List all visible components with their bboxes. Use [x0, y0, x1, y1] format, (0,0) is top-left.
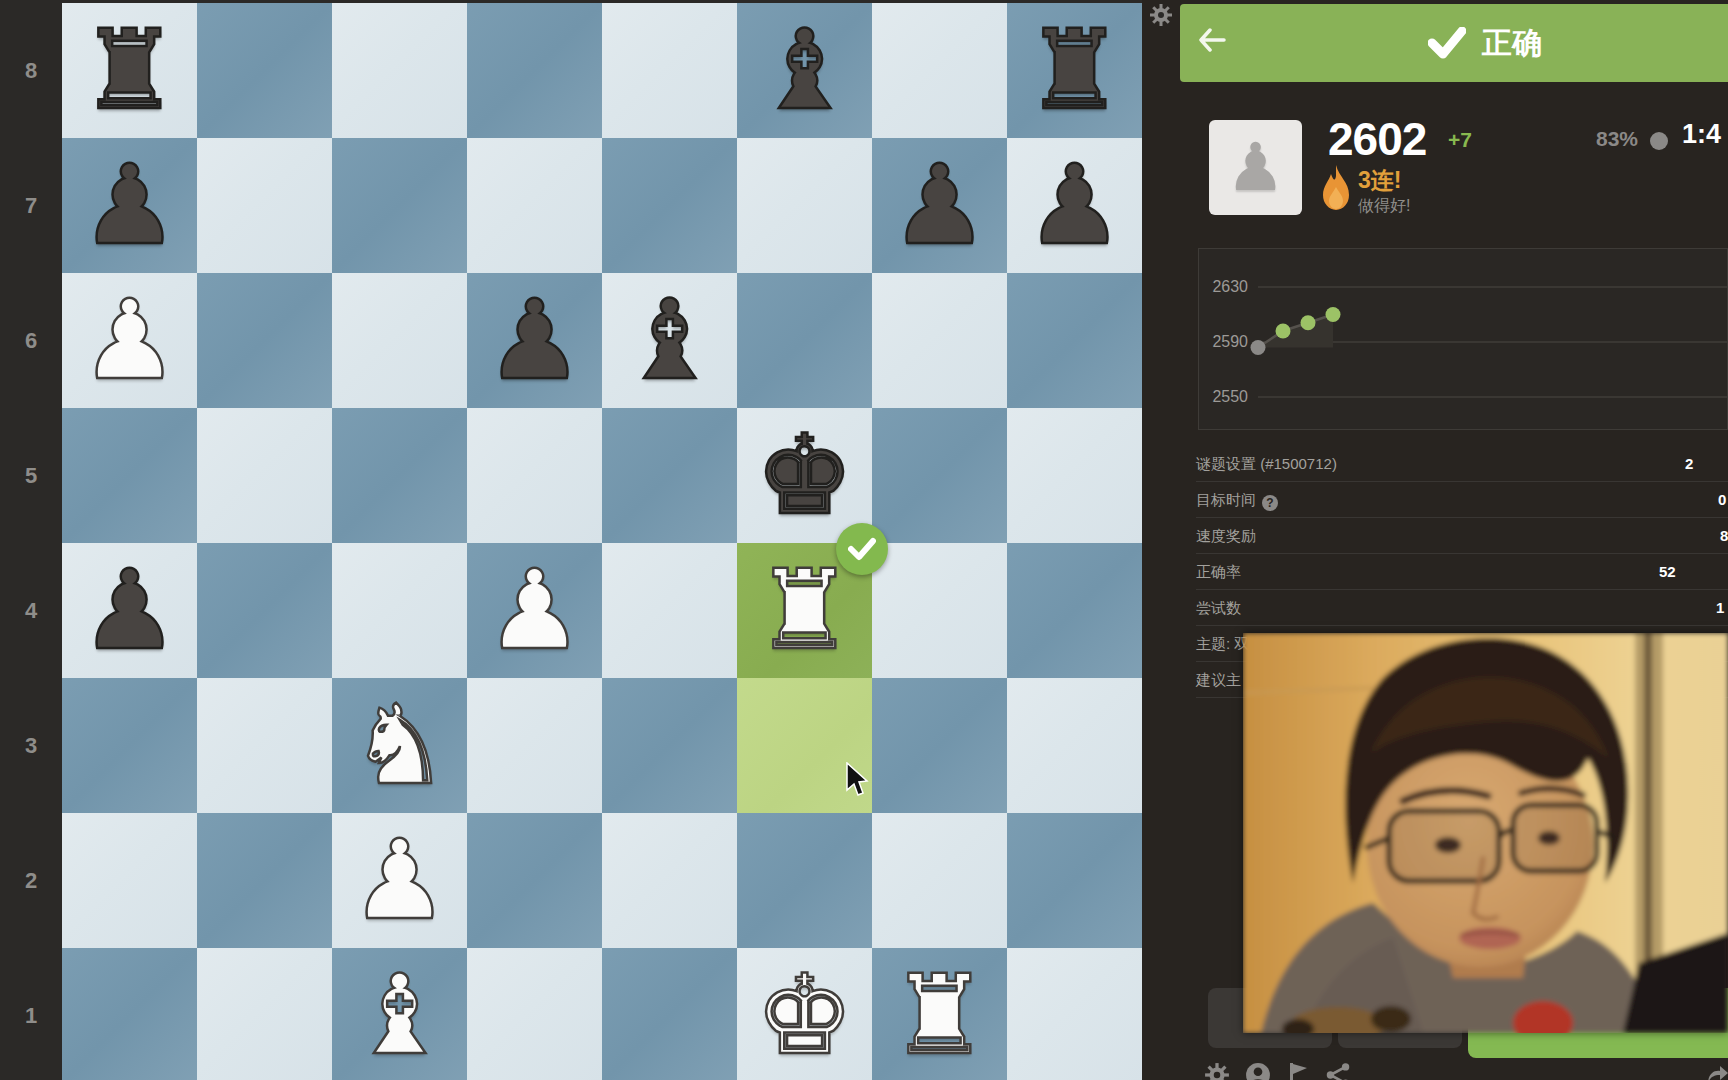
correct-move-badge-icon — [836, 523, 888, 575]
black-rook[interactable]: ♜ — [80, 3, 179, 138]
black-rook[interactable]: ♜ — [1025, 3, 1124, 138]
elapsed-timer: 1:4 — [1682, 119, 1728, 150]
square-g7[interactable]: ♟ — [872, 138, 1007, 273]
white-pawn[interactable]: ♟ — [80, 273, 179, 408]
square-a1[interactable] — [62, 948, 197, 1080]
chart-ytick-2590: 2590 — [1206, 333, 1248, 351]
square-b3[interactable] — [197, 678, 332, 813]
square-e7[interactable] — [602, 138, 737, 273]
chart-point-4 — [1326, 307, 1341, 322]
share-arrow-icon[interactable] — [1706, 1064, 1728, 1080]
black-pawn[interactable]: ♟ — [80, 138, 179, 273]
rank-label-7: 7 — [0, 138, 62, 273]
timer-dot-icon — [1650, 132, 1668, 150]
white-pawn[interactable]: ♟ — [485, 543, 584, 678]
square-f1[interactable]: ♚ — [737, 948, 872, 1080]
square-g2[interactable] — [872, 813, 1007, 948]
chart-point-2 — [1276, 324, 1291, 339]
share-icon[interactable] — [1325, 1062, 1351, 1080]
square-g8[interactable] — [872, 3, 1007, 138]
detail-row-4: 正确率52 — [1196, 554, 1728, 590]
square-e5[interactable] — [602, 408, 737, 543]
detail-row-5: 尝试数1 — [1196, 590, 1728, 626]
square-c2[interactable]: ♟ — [332, 813, 467, 948]
webcam-overlay — [1243, 633, 1728, 1033]
square-c8[interactable] — [332, 3, 467, 138]
puzzle-rating: 2602 — [1328, 112, 1426, 166]
square-c1[interactable]: ♝ — [332, 948, 467, 1080]
info-question-icon[interactable]: ? — [1262, 495, 1278, 511]
puzzle-screen: 87654321 ♜♝♜♟♟♟♟♟♝♚♟♟♜♞♟♝♚♜ — [0, 0, 1728, 1080]
chart-ytick-2630: 2630 — [1206, 278, 1248, 296]
square-e2[interactable] — [602, 813, 737, 948]
square-d3[interactable] — [467, 678, 602, 813]
square-a5[interactable] — [62, 408, 197, 543]
square-h7[interactable]: ♟ — [1007, 138, 1142, 273]
chart-point-3 — [1301, 315, 1316, 330]
detail-value: 2 — [1685, 455, 1693, 472]
square-f5[interactable]: ♚ — [737, 408, 872, 543]
square-d7[interactable] — [467, 138, 602, 273]
pawn-icon: ♟ — [1226, 129, 1285, 206]
white-king[interactable]: ♚ — [755, 948, 854, 1080]
square-d5[interactable] — [467, 408, 602, 543]
puzzle-piece-tile: ♟ — [1209, 120, 1302, 215]
result-banner: 正确 — [1180, 4, 1728, 82]
square-b7[interactable] — [197, 138, 332, 273]
detail-label: 尝试数 — [1196, 599, 1241, 618]
check-icon — [1428, 27, 1466, 59]
detail-value: 8 — [1720, 527, 1728, 544]
square-c7[interactable] — [332, 138, 467, 273]
detail-label: 速度奖励 — [1196, 527, 1256, 546]
black-bishop[interactable]: ♝ — [755, 3, 854, 138]
detail-row-2: 目标时间?0 — [1196, 482, 1728, 518]
square-f7[interactable] — [737, 138, 872, 273]
rating-delta: +7 — [1448, 128, 1472, 152]
rank-label-8: 8 — [0, 3, 62, 138]
square-h4[interactable] — [1007, 543, 1142, 678]
black-pawn[interactable]: ♟ — [80, 543, 179, 678]
square-d8[interactable] — [467, 3, 602, 138]
square-g5[interactable] — [872, 408, 1007, 543]
detail-label: 目标时间? — [1196, 491, 1278, 511]
square-d1[interactable] — [467, 948, 602, 1080]
detail-value: 52 — [1659, 563, 1676, 580]
square-h2[interactable] — [1007, 813, 1142, 948]
square-b8[interactable] — [197, 3, 332, 138]
square-c6[interactable] — [332, 273, 467, 408]
square-e4[interactable] — [602, 543, 737, 678]
square-h1[interactable] — [1007, 948, 1142, 1080]
square-b1[interactable] — [197, 948, 332, 1080]
square-g6[interactable] — [872, 273, 1007, 408]
square-e8[interactable] — [602, 3, 737, 138]
square-h6[interactable] — [1007, 273, 1142, 408]
detail-label: 建议主 — [1196, 671, 1241, 690]
square-d4[interactable]: ♟ — [467, 543, 602, 678]
flag-icon[interactable] — [1286, 1062, 1310, 1080]
square-f2[interactable] — [737, 813, 872, 948]
settings-gear-icon[interactable] — [1204, 1062, 1230, 1080]
chart-ytick-2550: 2550 — [1206, 388, 1248, 406]
rank-coordinates: 87654321 — [0, 3, 62, 1080]
streak-message: 做得好! — [1358, 196, 1410, 217]
detail-value: 0 — [1718, 491, 1726, 508]
square-b2[interactable] — [197, 813, 332, 948]
detail-label: 正确率 — [1196, 563, 1241, 582]
rating-chart: 263025902550 — [1198, 248, 1728, 430]
streak-count: 3连! — [1358, 165, 1401, 196]
white-bishop[interactable]: ♝ — [350, 948, 449, 1080]
rank-label-2: 2 — [0, 813, 62, 948]
square-h5[interactable] — [1007, 408, 1142, 543]
board-settings-gear-icon[interactable] — [1149, 3, 1173, 27]
square-e1[interactable] — [602, 948, 737, 1080]
detail-label: 主题: 双 — [1196, 635, 1249, 654]
square-c5[interactable] — [332, 408, 467, 543]
square-e3[interactable] — [602, 678, 737, 813]
chart-point-1 — [1251, 340, 1266, 355]
white-rook[interactable]: ♜ — [755, 543, 854, 678]
square-d6[interactable]: ♟ — [467, 273, 602, 408]
square-a6[interactable]: ♟ — [62, 273, 197, 408]
white-pawn[interactable]: ♟ — [350, 813, 449, 948]
square-b5[interactable] — [197, 408, 332, 543]
square-b4[interactable] — [197, 543, 332, 678]
square-a4[interactable]: ♟ — [62, 543, 197, 678]
white-rook[interactable]: ♜ — [890, 948, 989, 1080]
detail-row-1: 谜题设置 (#1500712)2 — [1196, 446, 1728, 482]
detail-value: 1 — [1716, 599, 1724, 616]
black-bishop[interactable]: ♝ — [620, 273, 719, 408]
square-b6[interactable] — [197, 273, 332, 408]
square-a3[interactable] — [62, 678, 197, 813]
square-f6[interactable] — [737, 273, 872, 408]
footer-toolbar — [1204, 1062, 1351, 1080]
mouse-cursor-icon — [845, 762, 871, 798]
detail-label: 谜题设置 (#1500712) — [1196, 455, 1337, 474]
square-d2[interactable] — [467, 813, 602, 948]
black-pawn[interactable]: ♟ — [485, 273, 584, 408]
square-c4[interactable] — [332, 543, 467, 678]
streak-flame-icon — [1320, 163, 1352, 215]
rank-label-3: 3 — [0, 678, 62, 813]
square-h3[interactable] — [1007, 678, 1142, 813]
square-e6[interactable]: ♝ — [602, 273, 737, 408]
rank-label-1: 1 — [0, 948, 62, 1080]
square-g3[interactable] — [872, 678, 1007, 813]
detail-row-3: 速度奖励8 — [1196, 518, 1728, 554]
square-a7[interactable]: ♟ — [62, 138, 197, 273]
result-label: 正确 — [1482, 23, 1542, 64]
square-f8[interactable]: ♝ — [737, 3, 872, 138]
square-h8[interactable]: ♜ — [1007, 3, 1142, 138]
white-knight[interactable]: ♞ — [350, 678, 449, 813]
black-king[interactable]: ♚ — [755, 408, 854, 543]
square-g4[interactable] — [872, 543, 1007, 678]
user-circle-icon[interactable] — [1245, 1062, 1271, 1080]
black-pawn[interactable]: ♟ — [890, 138, 989, 273]
square-a2[interactable] — [62, 813, 197, 948]
rank-label-6: 6 — [0, 273, 62, 408]
square-a8[interactable]: ♜ — [62, 3, 197, 138]
rank-label-4: 4 — [0, 543, 62, 678]
rank-label-5: 5 — [0, 408, 62, 543]
rating-chart-plot — [1199, 249, 1727, 429]
back-arrow-icon[interactable] — [1198, 28, 1226, 52]
accuracy-percent: 83% — [1596, 127, 1638, 151]
black-pawn[interactable]: ♟ — [1025, 138, 1124, 273]
chess-board[interactable]: ♜♝♜♟♟♟♟♟♝♚♟♟♜♞♟♝♚♜ — [62, 3, 1142, 1080]
square-g1[interactable]: ♜ — [872, 948, 1007, 1080]
square-c3[interactable]: ♞ — [332, 678, 467, 813]
